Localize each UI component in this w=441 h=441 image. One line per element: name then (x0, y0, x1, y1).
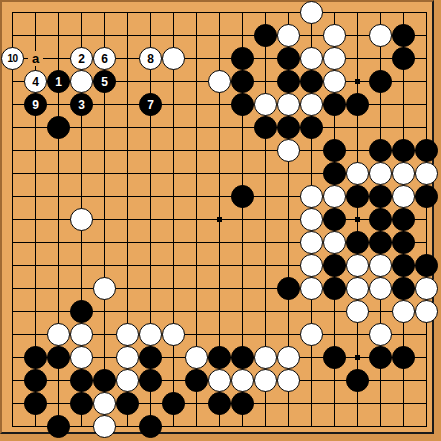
go-stone-black (231, 185, 254, 208)
go-stone-white (300, 47, 323, 70)
go-stone-white (208, 70, 231, 93)
go-stone-black (300, 116, 323, 139)
go-stone-white (70, 346, 93, 369)
go-stone-black (277, 70, 300, 93)
go-stone-black (415, 139, 438, 162)
go-stone-black (208, 392, 231, 415)
go-stone-black (231, 346, 254, 369)
move-number: 9 (32, 99, 39, 111)
go-stone-black (369, 70, 392, 93)
go-stone-white (93, 392, 116, 415)
go-stone-white (116, 323, 139, 346)
go-stone-white (70, 323, 93, 346)
go-stone-black (392, 208, 415, 231)
go-stone-black: 1 (47, 70, 70, 93)
go-stone-black (277, 116, 300, 139)
go-board-frame: 10a268415937 (0, 0, 441, 441)
go-stone-white (93, 277, 116, 300)
go-stone-black (47, 415, 70, 438)
go-stone-black (139, 369, 162, 392)
go-stone-black (392, 24, 415, 47)
go-stone-white (369, 162, 392, 185)
go-stone-black (415, 185, 438, 208)
go-stone-white (369, 254, 392, 277)
go-stone-black (231, 93, 254, 116)
go-stone-white (300, 323, 323, 346)
go-stone-black (231, 392, 254, 415)
go-stone-white (300, 277, 323, 300)
go-stone-white (162, 47, 185, 70)
go-stone-black (369, 185, 392, 208)
move-number: 10 (7, 54, 17, 64)
go-stone-black (70, 392, 93, 415)
go-stone-white (139, 323, 162, 346)
go-stone-black (323, 93, 346, 116)
go-stone-black (346, 231, 369, 254)
grid-line (12, 426, 427, 427)
go-stone-white (277, 139, 300, 162)
go-stone-white (392, 300, 415, 323)
go-stone-black (369, 208, 392, 231)
star-point (355, 217, 360, 222)
go-stone-black (392, 47, 415, 70)
go-stone-white (93, 415, 116, 438)
move-number: 6 (101, 53, 108, 65)
go-stone-black (415, 254, 438, 277)
grid-line (426, 12, 427, 427)
go-stone-black (369, 139, 392, 162)
go-stone-white (323, 70, 346, 93)
go-stone-black (277, 277, 300, 300)
go-stone-black (139, 415, 162, 438)
go-stone-white (300, 254, 323, 277)
go-stone-white (300, 1, 323, 24)
go-stone-black (24, 392, 47, 415)
go-stone-black (47, 116, 70, 139)
go-stone-white (300, 231, 323, 254)
go-stone-black (300, 70, 323, 93)
go-stone-white: 2 (70, 47, 93, 70)
go-stone-black (162, 392, 185, 415)
go-stone-black (346, 369, 369, 392)
go-stone-black (116, 392, 139, 415)
go-stone-white (300, 208, 323, 231)
go-stone-black (254, 24, 277, 47)
go-stone-white (415, 277, 438, 300)
go-stone-white (346, 300, 369, 323)
go-stone-white (208, 369, 231, 392)
go-stone-white (116, 346, 139, 369)
go-stone-black (346, 185, 369, 208)
go-stone-black (24, 369, 47, 392)
go-stone-black (323, 208, 346, 231)
go-stone-black (323, 346, 346, 369)
point-label-a: a (28, 51, 43, 66)
go-stone-white (185, 346, 208, 369)
go-stone-black (392, 139, 415, 162)
go-stone-white (231, 369, 254, 392)
go-stone-white: 10 (1, 47, 24, 70)
move-number: 5 (101, 76, 108, 88)
go-stone-black: 7 (139, 93, 162, 116)
go-stone-black (369, 346, 392, 369)
go-stone-black (185, 369, 208, 392)
go-stone-black (392, 254, 415, 277)
go-stone-black (231, 70, 254, 93)
go-stone-white (254, 346, 277, 369)
move-number: 2 (78, 53, 85, 65)
go-stone-black (254, 116, 277, 139)
go-stone-black (392, 277, 415, 300)
go-stone-black (323, 162, 346, 185)
go-stone-black (93, 369, 116, 392)
go-stone-white (116, 369, 139, 392)
go-stone-black: 5 (93, 70, 116, 93)
go-stone-black (392, 346, 415, 369)
go-stone-white (162, 323, 185, 346)
go-stone-white (369, 24, 392, 47)
go-stone-white (300, 93, 323, 116)
go-stone-black (70, 369, 93, 392)
go-stone-white (415, 300, 438, 323)
go-stone-black (346, 93, 369, 116)
go-stone-white (277, 24, 300, 47)
go-stone-white (70, 208, 93, 231)
go-stone-white (346, 277, 369, 300)
move-number: 4 (32, 76, 39, 88)
go-stone-white (369, 323, 392, 346)
go-play-area: 10a268415937 (0, 0, 441, 441)
go-stone-white (392, 185, 415, 208)
go-stone-black (323, 254, 346, 277)
go-stone-white (369, 277, 392, 300)
go-stone-black (369, 231, 392, 254)
move-number: 1 (55, 76, 62, 88)
go-stone-white: 8 (139, 47, 162, 70)
go-stone-white (415, 162, 438, 185)
go-stone-black (392, 231, 415, 254)
go-stone-white (323, 24, 346, 47)
go-stone-white (70, 70, 93, 93)
go-stone-black (139, 346, 162, 369)
go-stone-white (300, 185, 323, 208)
go-stone-black: 9 (24, 93, 47, 116)
go-stone-black (277, 47, 300, 70)
star-point (355, 355, 360, 360)
go-stone-black (24, 346, 47, 369)
go-stone-white (47, 323, 70, 346)
go-stone-white (346, 254, 369, 277)
go-stone-black (70, 300, 93, 323)
go-stone-black (208, 346, 231, 369)
star-point (355, 79, 360, 84)
go-stone-black (231, 47, 254, 70)
star-point (217, 217, 222, 222)
go-stone-white (254, 93, 277, 116)
go-stone-white (392, 162, 415, 185)
go-stone-black (323, 277, 346, 300)
move-number: 3 (78, 99, 85, 111)
go-stone-white: 4 (24, 70, 47, 93)
go-stone-white (323, 185, 346, 208)
go-stone-white (277, 369, 300, 392)
go-stone-white (254, 369, 277, 392)
go-stone-black: 3 (70, 93, 93, 116)
move-number: 8 (147, 53, 154, 65)
go-stone-white: 6 (93, 47, 116, 70)
go-stone-black (47, 346, 70, 369)
go-stone-white (346, 162, 369, 185)
move-number: 7 (147, 99, 154, 111)
go-stone-white (323, 231, 346, 254)
go-stone-white (277, 346, 300, 369)
go-stone-white (323, 47, 346, 70)
go-stone-white (277, 93, 300, 116)
go-stone-black (323, 139, 346, 162)
